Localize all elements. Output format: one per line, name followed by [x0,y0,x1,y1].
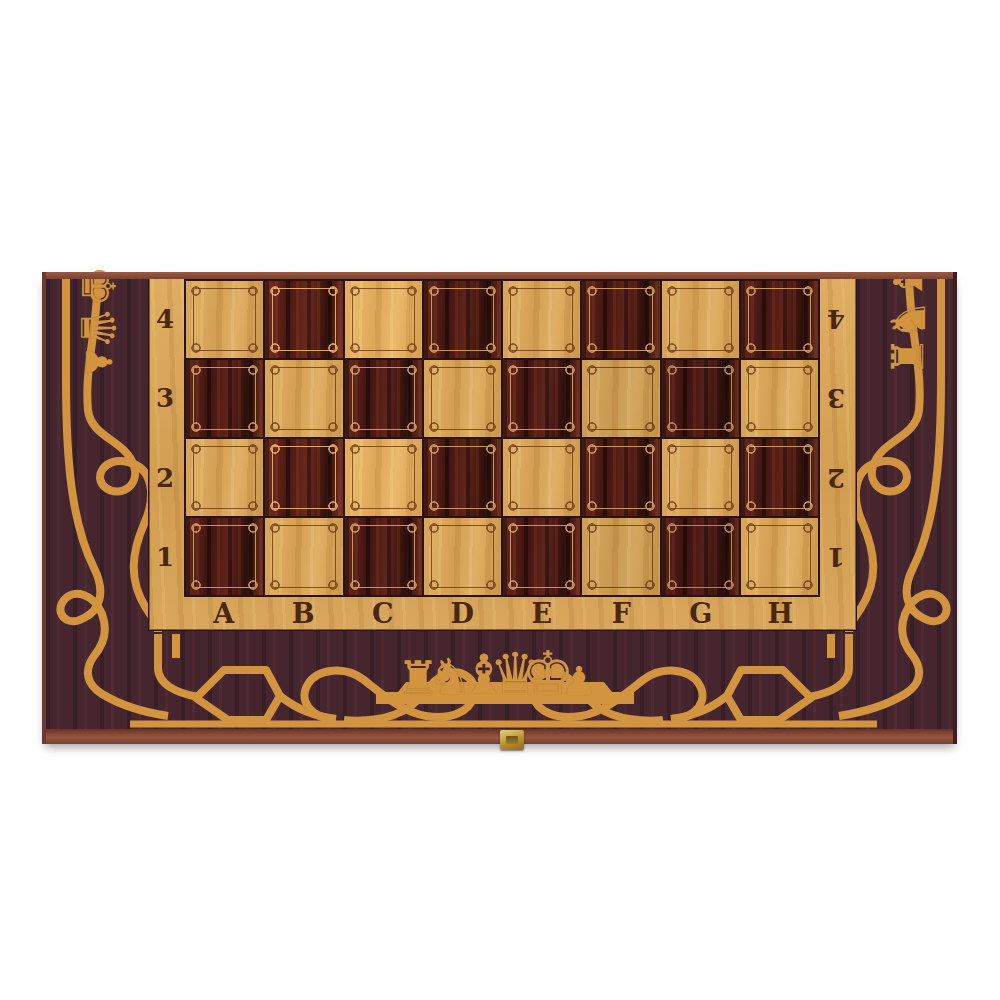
square-ornament-border [589,367,652,430]
rank-label-left-1: 1 [156,542,174,572]
file-label-a: A [213,598,234,629]
square-d4 [424,281,501,358]
square-a4 [186,281,263,358]
square-f4 [582,281,659,358]
square-a1 [186,518,263,595]
square-h1 [741,518,818,595]
square-c2 [345,439,422,516]
square-a3 [186,360,263,437]
rank-label-right-4: 4 [827,304,845,334]
square-e3 [503,360,580,437]
square-ornament-border [589,446,652,509]
rank-label-right-3: 3 [827,383,845,413]
deco-bishop-icon: ♝ [888,264,928,300]
file-label-d: D [451,598,474,629]
square-ornament-border [589,288,652,351]
square-ornament-border [510,367,573,430]
square-b4 [265,281,342,358]
file-label-f: F [612,598,631,629]
square-e2 [503,439,580,516]
deco-pawn-icon: ♟ [80,346,116,378]
square-ornament-border [669,446,732,509]
clasp-slot [506,736,518,744]
square-ornament-border [193,288,256,351]
square-ornament-border [272,446,335,509]
deco-rook-icon: ♜ [886,336,930,375]
square-c3 [345,360,422,437]
square-h4 [741,281,818,358]
square-b3 [265,360,342,437]
brass-clasp-icon [498,728,526,756]
square-ornament-border [669,288,732,351]
chessboard-grid [184,279,820,597]
square-g2 [662,439,739,516]
rank-label-left-2: 2 [156,463,174,493]
square-ornament-border [748,367,811,430]
file-label-e: E [531,598,552,629]
square-ornament-border [352,525,415,588]
square-ornament-border [431,288,494,351]
square-ornament-border [352,367,415,430]
file-label-h: H [767,598,793,629]
square-ornament-border [669,367,732,430]
square-f3 [582,360,659,437]
deco-pawn-icon: ♟ [561,661,597,701]
square-ornament-border [431,367,494,430]
square-e1 [503,518,580,595]
file-label-c: C [372,598,394,629]
square-d3 [424,360,501,437]
square-ornament-border [193,525,256,588]
square-ornament-border [272,367,335,430]
square-ornament-border [748,525,811,588]
square-ornament-border [589,525,652,588]
fold-edge [46,272,953,279]
square-ornament-border [193,367,256,430]
square-ornament-border [510,288,573,351]
file-label-b: B [292,598,315,629]
square-g1 [662,518,739,595]
square-f2 [582,439,659,516]
square-ornament-border [669,525,732,588]
square-ornament-border [510,446,573,509]
square-e4 [503,281,580,358]
square-f1 [582,518,659,595]
square-d1 [424,518,501,595]
rank-label-left-4: 4 [156,304,174,334]
rank-label-right-1: 1 [827,542,845,572]
square-a2 [186,439,263,516]
square-h3 [741,360,818,437]
square-ornament-border [748,446,811,509]
deco-queen-icon: ♛ [74,306,122,349]
square-ornament-border [748,288,811,351]
square-ornament-border [510,525,573,588]
square-g3 [662,360,739,437]
file-label-g: G [689,598,712,629]
square-ornament-border [272,525,335,588]
square-ornament-border [272,288,335,351]
square-b1 [265,518,342,595]
square-ornament-border [352,446,415,509]
square-c4 [345,281,422,358]
chess-case: ABCDEFGH44332211 ♜♞♝♛♚♟♚♛♟♝♞♜ [42,272,957,744]
square-ornament-border [431,446,494,509]
square-ornament-border [193,446,256,509]
square-ornament-border [352,288,415,351]
rank-label-left-3: 3 [156,383,174,413]
square-g4 [662,281,739,358]
square-d2 [424,439,501,516]
square-h2 [741,439,818,516]
square-ornament-border [431,525,494,588]
square-b2 [265,439,342,516]
product-photo: ABCDEFGH44332211 ♜♞♝♛♚♟♚♛♟♝♞♜ [0,0,1000,1000]
deco-knight-icon: ♞ [884,298,932,341]
rank-label-right-2: 2 [827,463,845,493]
square-c1 [345,518,422,595]
